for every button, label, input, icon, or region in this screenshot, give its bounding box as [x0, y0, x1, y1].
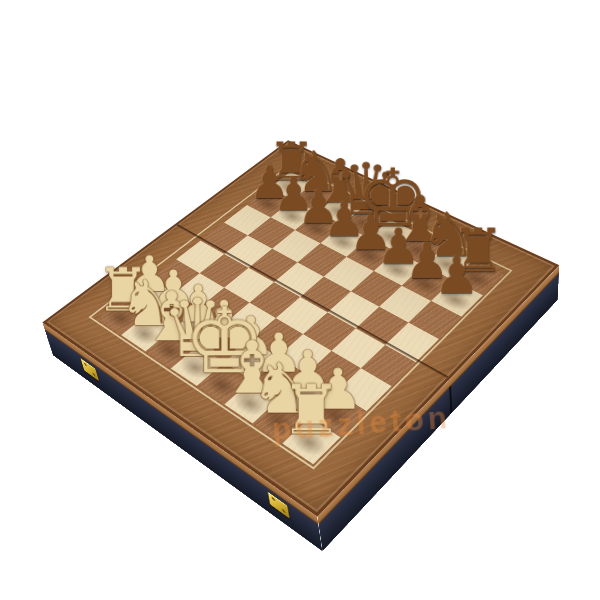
scene: ♜♞♝♛♚♝♞♜♟♟♟♟♟♟♟♟♟♟♟♟♟♟♟♟♜♞♝♛♚♝♞♜ — [0, 0, 600, 600]
board-top: ♜♞♝♛♚♝♞♜♟♟♟♟♟♟♟♟♟♟♟♟♟♟♟♟♜♞♝♛♚♝♞♜ — [42, 140, 559, 517]
folding-chess-box: ♜♞♝♛♚♝♞♜♟♟♟♟♟♟♟♟♟♟♟♟♟♟♟♟♜♞♝♛♚♝♞♜ — [42, 140, 559, 517]
piece-glyph: ♟ — [434, 250, 480, 301]
product-photo: ♜♞♝♛♚♝♞♜♟♟♟♟♟♟♟♟♟♟♟♟♟♟♟♟♜♞♝♛♚♝♞♜ puzzlet… — [0, 0, 600, 600]
brass-latch-right-icon — [267, 491, 290, 519]
